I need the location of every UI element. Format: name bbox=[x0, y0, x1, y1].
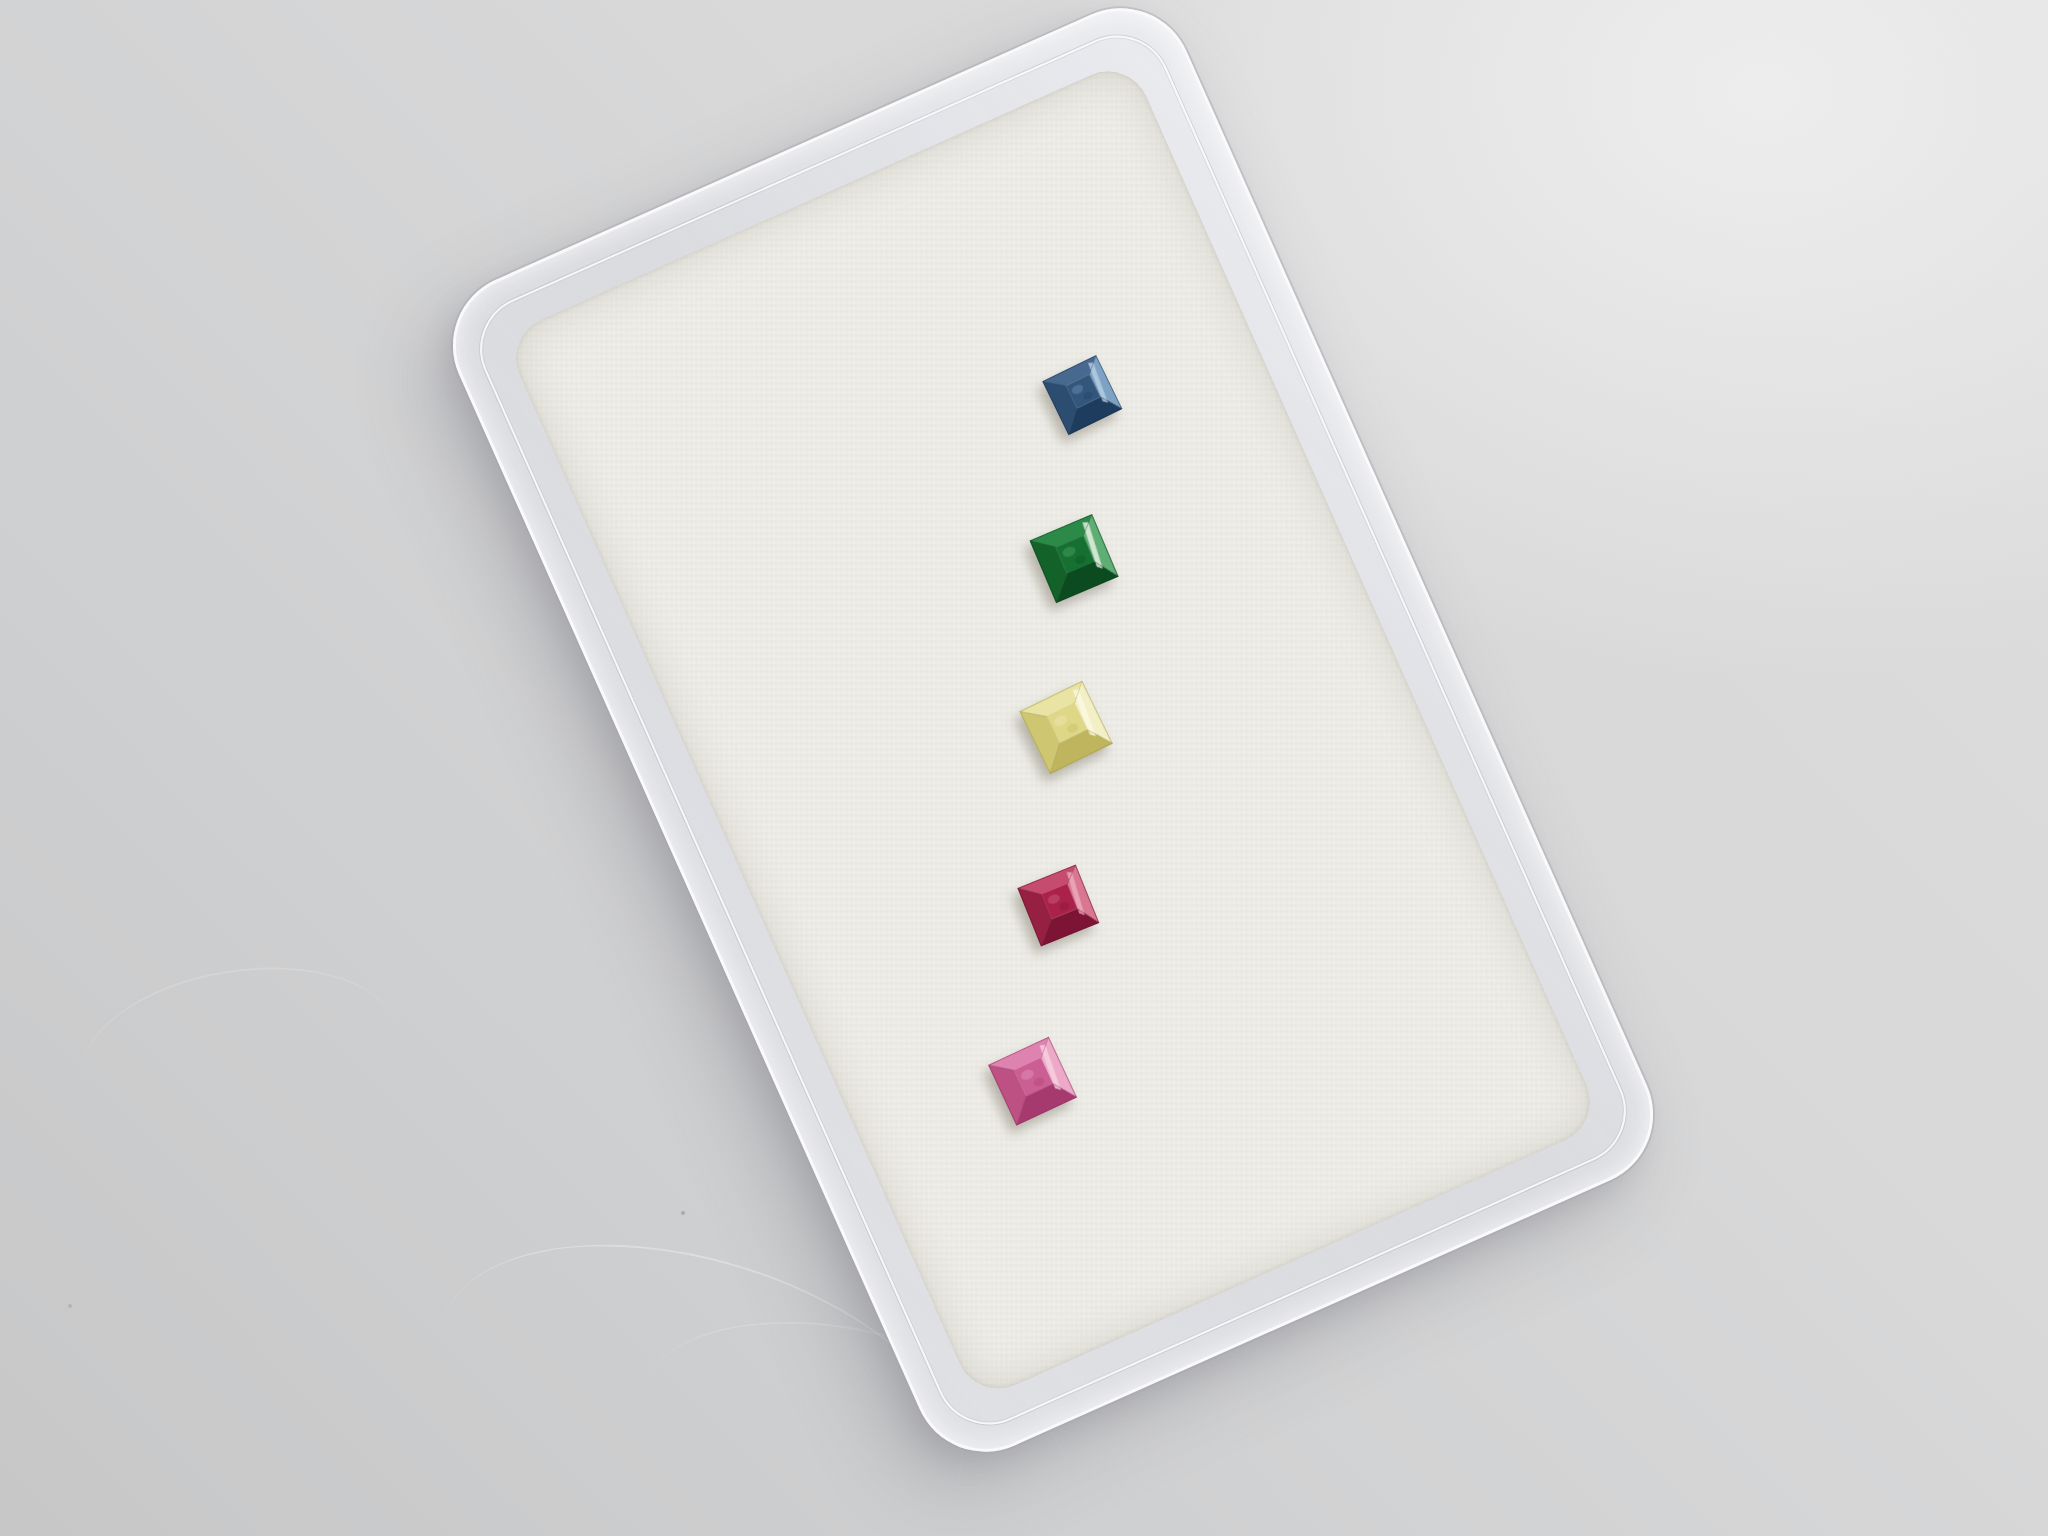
gem-blue bbox=[1042, 355, 1122, 435]
gem-green bbox=[1030, 514, 1119, 603]
gem-pink bbox=[987, 1036, 1076, 1125]
photo-scene bbox=[0, 0, 2048, 1536]
dust-speck bbox=[68, 1304, 72, 1308]
dust-speck bbox=[681, 1211, 685, 1215]
gem-yellow bbox=[1019, 681, 1113, 775]
backdrop-scratch bbox=[69, 946, 412, 1166]
gem-red bbox=[1017, 864, 1099, 946]
